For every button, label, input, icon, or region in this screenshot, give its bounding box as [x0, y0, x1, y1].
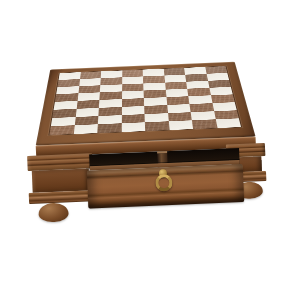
square-b8	[80, 71, 102, 79]
square-h4	[211, 94, 235, 103]
square-g1	[192, 119, 217, 129]
square-h2	[214, 110, 239, 119]
square-b4	[76, 100, 99, 109]
square-c1	[97, 123, 121, 133]
chessboard-chest	[0, 0, 290, 290]
square-f6	[165, 82, 188, 90]
square-c5	[99, 92, 121, 100]
drawer-front	[87, 164, 244, 208]
square-c7	[100, 77, 122, 85]
square-b2	[74, 116, 98, 125]
square-f1	[168, 120, 193, 130]
square-a5	[55, 93, 78, 101]
square-d8	[122, 70, 143, 78]
square-h6	[208, 80, 231, 88]
square-c3	[98, 107, 121, 116]
square-g5	[187, 88, 210, 96]
square-f8	[163, 68, 185, 76]
square-b6	[78, 85, 100, 93]
square-e5	[144, 90, 167, 98]
square-d6	[122, 83, 144, 91]
square-b1	[73, 124, 98, 134]
square-g7	[185, 74, 207, 82]
square-d4	[122, 98, 145, 107]
chess-board	[49, 66, 241, 135]
bun-foot-left	[38, 202, 69, 222]
square-a7	[57, 79, 79, 87]
square-e1	[145, 121, 169, 131]
brass-ring-handle-icon	[155, 174, 173, 192]
square-e3	[144, 105, 167, 114]
left-pilaster	[32, 168, 90, 192]
product-photo	[0, 0, 290, 290]
square-a1	[49, 125, 74, 135]
square-d2	[121, 114, 145, 123]
board-top-frame	[36, 62, 256, 146]
square-f2	[168, 112, 192, 121]
square-a3	[52, 109, 76, 118]
square-g3	[189, 103, 213, 112]
square-d1	[121, 122, 145, 132]
square-e7	[143, 75, 165, 83]
square-f4	[166, 96, 189, 105]
left-base-molding	[29, 190, 94, 204]
square-h8	[205, 66, 227, 74]
square-h1	[215, 118, 241, 128]
